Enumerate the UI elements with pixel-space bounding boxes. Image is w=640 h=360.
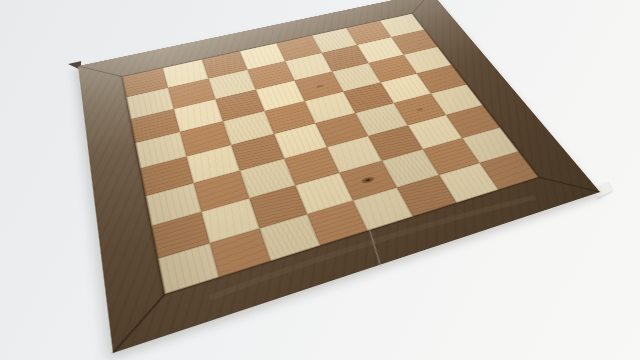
board-squares <box>122 14 538 295</box>
mitre-seam <box>400 0 443 14</box>
mitre-seam <box>539 165 600 205</box>
mitre-seam <box>108 294 172 353</box>
frame-seam <box>363 228 386 265</box>
chessboard <box>78 0 600 353</box>
photo-background <box>0 0 640 360</box>
mitre-seam <box>78 58 122 86</box>
